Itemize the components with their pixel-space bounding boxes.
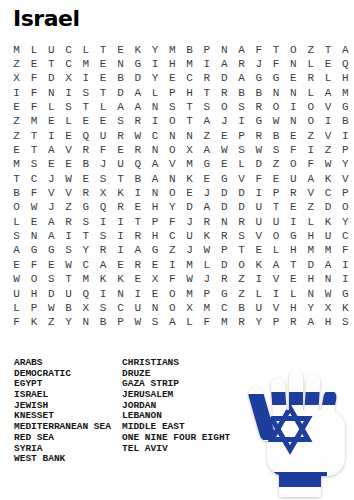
grid-cell: T [43, 57, 60, 71]
grid-cell: R [216, 273, 233, 287]
grid-cell: Y [146, 72, 163, 86]
grid-cell: W [250, 143, 267, 157]
grid-cell: U [60, 287, 77, 301]
grid-cell: M [181, 57, 198, 71]
grid-cell: A [198, 201, 215, 215]
grid-cell: I [267, 287, 284, 301]
grid-cell: N [285, 86, 302, 100]
grid-cell: G [43, 244, 60, 258]
grid-cell: N [146, 100, 163, 114]
grid-cell: S [60, 100, 77, 114]
grid-cell: N [164, 129, 181, 143]
grid-cell: I [60, 86, 77, 100]
grid-cell: T [8, 172, 25, 186]
grid-cell: W [129, 316, 146, 330]
grid-cell: S [77, 215, 94, 229]
grid-cell: I [250, 273, 267, 287]
grid-cell: E [164, 72, 181, 86]
grid-cell: Q [129, 158, 146, 172]
grid-cell: F [285, 143, 302, 157]
grid-cell: E [285, 201, 302, 215]
grid-cell: S [112, 115, 129, 129]
grid-cell: D [216, 72, 233, 86]
grid-cell: R [112, 201, 129, 215]
grid-cell: P [337, 143, 354, 157]
grid-cell: T [198, 86, 215, 100]
grid-cell: W [43, 301, 60, 315]
grid-cell: X [77, 301, 94, 315]
grid-cell: U [181, 229, 198, 243]
grid-cell: N [319, 273, 336, 287]
grid-cell: B [267, 129, 284, 143]
grid-cell: C [60, 57, 77, 71]
grid-cell: N [146, 301, 163, 315]
grid-cell: E [60, 129, 77, 143]
grid-cell: P [164, 86, 181, 100]
grid-cell: Z [198, 129, 215, 143]
grid-cell: A [319, 86, 336, 100]
grid-cell: L [43, 100, 60, 114]
grid-cell: R [302, 72, 319, 86]
grid-cell: C [164, 229, 181, 243]
grid-cell: O [25, 273, 42, 287]
word-list-item: RED SEA [14, 433, 111, 444]
grid-cell: N [181, 129, 198, 143]
grid-cell: A [129, 244, 146, 258]
grid-cell: Y [250, 316, 267, 330]
grid-cell: M [77, 273, 94, 287]
grid-cell: F [25, 100, 42, 114]
grid-cell: T [112, 172, 129, 186]
grid-cell: N [25, 229, 42, 243]
grid-cell: R [129, 115, 146, 129]
grid-cell: X [146, 273, 163, 287]
grid-cell: E [112, 43, 129, 57]
grid-cell: E [146, 287, 163, 301]
grid-cell: I [319, 115, 336, 129]
grid-cell: A [233, 72, 250, 86]
grid-cell: A [198, 115, 215, 129]
grid-cell: A [129, 86, 146, 100]
grid-cell: M [25, 115, 42, 129]
grid-cell: K [250, 258, 267, 272]
grid-cell: A [112, 100, 129, 114]
grid-cell: I [94, 215, 111, 229]
grid-cell: C [146, 129, 163, 143]
grid-cell: V [267, 273, 284, 287]
grid-cell: M [77, 57, 94, 71]
grid-cell: B [112, 72, 129, 86]
grid-cell: W [198, 244, 215, 258]
grid-cell: Z [233, 273, 250, 287]
grid-cell: V [319, 129, 336, 143]
grid-cell: X [181, 301, 198, 315]
grid-cell: I [129, 287, 146, 301]
grid-cell: U [319, 229, 336, 243]
grid-cell: J [198, 273, 215, 287]
grid-cell: N [285, 57, 302, 71]
grid-cell: I [146, 115, 163, 129]
grid-cell: S [164, 100, 181, 114]
grid-cell: R [112, 129, 129, 143]
grid-cell: K [25, 316, 42, 330]
grid-cell: G [129, 57, 146, 71]
grid-cell: I [285, 100, 302, 114]
grid-cell: M [302, 244, 319, 258]
grid-cell: E [181, 186, 198, 200]
grid-cell: X [319, 301, 336, 315]
grid-cell: J [181, 244, 198, 258]
grid-cell: M [337, 86, 354, 100]
grid-cell: C [60, 43, 77, 57]
grid-cell: H [285, 301, 302, 315]
grid-cell: T [267, 43, 284, 57]
grid-cell: F [250, 43, 267, 57]
word-list-item: TEL AVIV [122, 444, 230, 455]
grid-cell: C [337, 229, 354, 243]
grid-cell: H [181, 86, 198, 100]
grid-cell: G [216, 172, 233, 186]
grid-cell: K [94, 273, 111, 287]
word-list-column-2: CHRISTIANSDRUZEGAZA STRIPJERUSALEMJORDAN… [122, 358, 230, 454]
grid-cell: A [43, 215, 60, 229]
flag-bottom-stripe [272, 472, 327, 487]
grid-cell: Z [302, 201, 319, 215]
grid-cell: L [8, 215, 25, 229]
grid-cell: E [146, 258, 163, 272]
grid-cell: M [181, 287, 198, 301]
grid-cell: B [8, 186, 25, 200]
grid-cell: Z [319, 143, 336, 157]
grid-cell: Z [302, 43, 319, 57]
grid-cell: R [198, 72, 215, 86]
grid-cell: R [250, 129, 267, 143]
grid-cell: V [164, 158, 181, 172]
grid-cell: O [267, 100, 284, 114]
grid-cell: L [94, 100, 111, 114]
grid-cell: Z [43, 316, 60, 330]
grid-cell: B [129, 172, 146, 186]
grid-cell: A [267, 258, 284, 272]
grid-cell: T [60, 273, 77, 287]
grid-cell: R [129, 258, 146, 272]
grid-cell: C [181, 72, 198, 86]
grid-cell: X [60, 72, 77, 86]
grid-cell: Z [267, 158, 284, 172]
grid-cell: F [337, 244, 354, 258]
grid-cell: S [94, 301, 111, 315]
grid-cell: E [60, 158, 77, 172]
grid-cell: M [164, 43, 181, 57]
grid-cell: W [267, 115, 284, 129]
grid-cell: N [146, 186, 163, 200]
grid-cell: L [302, 57, 319, 71]
grid-cell: F [25, 86, 42, 100]
grid-cell: D [233, 201, 250, 215]
grid-cell: P [216, 244, 233, 258]
grid-cell: I [164, 258, 181, 272]
grid-cell: N [112, 287, 129, 301]
grid-cell: L [302, 215, 319, 229]
grid-cell: P [25, 301, 42, 315]
grid-cell: F [267, 57, 284, 71]
grid-cell: Z [233, 287, 250, 301]
grid-cell: E [77, 172, 94, 186]
grid-cell: E [8, 100, 25, 114]
grid-cell: A [129, 100, 146, 114]
grid-cell: S [337, 316, 354, 330]
grid-cell: S [233, 229, 250, 243]
grid-cell: S [94, 172, 111, 186]
grid-cell: R [198, 215, 215, 229]
page-title: Israel [13, 6, 79, 31]
grid-cell: A [319, 258, 336, 272]
grid-cell: D [302, 258, 319, 272]
grid-cell: H [146, 229, 163, 243]
grid-cell: E [94, 72, 111, 86]
grid-cell: C [112, 301, 129, 315]
grid-cell: E [77, 115, 94, 129]
grid-cell: J [250, 57, 267, 71]
grid-cell: B [233, 301, 250, 315]
grid-cell: P [146, 215, 163, 229]
grid-cell: V [267, 301, 284, 315]
grid-cell: B [60, 301, 77, 315]
grid-cell: T [25, 143, 42, 157]
grid-cell: D [216, 201, 233, 215]
grid-cell: U [250, 301, 267, 315]
grid-cell: W [319, 158, 336, 172]
grid-cell: R [233, 215, 250, 229]
grid-cell: K [112, 186, 129, 200]
grid-cell: G [250, 115, 267, 129]
grid-cell: I [112, 215, 129, 229]
grid-cell: E [129, 201, 146, 215]
grid-cell: N [285, 115, 302, 129]
grid-cell: P [112, 316, 129, 330]
grid-cell: P [267, 316, 284, 330]
grid-cell: C [77, 258, 94, 272]
grid-cell: I [250, 186, 267, 200]
grid-cell: E [267, 172, 284, 186]
grid-cell: I [60, 229, 77, 243]
grid-cell: M [216, 316, 233, 330]
grid-cell: L [8, 301, 25, 315]
grid-cell: S [267, 143, 284, 157]
grid-cell: O [164, 143, 181, 157]
grid-cell: Z [8, 115, 25, 129]
grid-cell: H [164, 57, 181, 71]
grid-cell: N [146, 143, 163, 157]
grid-cell: W [60, 258, 77, 272]
grid-cell: V [60, 143, 77, 157]
grid-cell: U [129, 301, 146, 315]
grid-cell: A [8, 244, 25, 258]
grid-cell: Y [60, 316, 77, 330]
grid-cell: P [267, 186, 284, 200]
grid-cell: E [285, 129, 302, 143]
israel-flag-hand-illustration [242, 362, 354, 500]
grid-cell: H [302, 273, 319, 287]
grid-cell: A [94, 258, 111, 272]
grid-cell: I [337, 258, 354, 272]
grid-cell: P [233, 129, 250, 143]
grid-cell: A [302, 316, 319, 330]
grid-cell: G [198, 158, 215, 172]
grid-cell: B [233, 86, 250, 100]
grid-cell: B [94, 316, 111, 330]
grid-cell: V [319, 100, 336, 114]
grid-cell: E [112, 143, 129, 157]
grid-cell: Z [8, 129, 25, 143]
grid-cell: O [285, 43, 302, 57]
grid-cell: C [216, 301, 233, 315]
grid-cell: R [216, 86, 233, 100]
grid-cell: I [337, 129, 354, 143]
grid-cell: R [250, 100, 267, 114]
grid-cell: E [285, 273, 302, 287]
grid-cell: R [60, 215, 77, 229]
grid-cell: E [129, 273, 146, 287]
grid-cell: W [8, 273, 25, 287]
grid-cell: F [25, 72, 42, 86]
grid-cell: L [25, 43, 42, 57]
grid-cell: D [233, 186, 250, 200]
grid-cell: S [94, 229, 111, 243]
grid-cell: X [181, 143, 198, 157]
grid-cell: M [319, 244, 336, 258]
grid-cell: W [181, 273, 198, 287]
grid-cell: S [25, 158, 42, 172]
grid-cell: G [337, 287, 354, 301]
grid-cell: G [337, 100, 354, 114]
grid-cell: L [77, 43, 94, 57]
grid-cell: E [43, 258, 60, 272]
grid-cell: V [60, 186, 77, 200]
grid-cell: O [285, 158, 302, 172]
grid-cell: E [8, 143, 25, 157]
grid-cell: R [216, 229, 233, 243]
grid-cell: P [198, 287, 215, 301]
grid-cell: F [8, 316, 25, 330]
grid-cell: L [181, 316, 198, 330]
grid-cell: K [319, 215, 336, 229]
grid-cell: O [164, 115, 181, 129]
grid-cell: D [129, 72, 146, 86]
grid-cell: I [112, 244, 129, 258]
grid-cell: K [319, 172, 336, 186]
grid-cell: S [233, 100, 250, 114]
grid-cell: N [112, 57, 129, 71]
grid-cell: S [146, 316, 163, 330]
grid-cell: O [267, 229, 284, 243]
grid-cell: I [94, 287, 111, 301]
grid-cell: E [94, 57, 111, 71]
grid-cell: L [233, 158, 250, 172]
grid-cell: E [8, 258, 25, 272]
grid-cell: T [181, 115, 198, 129]
grid-cell: A [302, 172, 319, 186]
grid-cell: L [319, 72, 336, 86]
grid-cell: T [267, 201, 284, 215]
grid-cell: P [198, 43, 215, 57]
grid-cell: F [25, 258, 42, 272]
grid-cell: O [216, 100, 233, 114]
grid-cell: E [94, 115, 111, 129]
grid-cell: F [198, 316, 215, 330]
grid-cell: L [146, 86, 163, 100]
grid-cell: G [25, 244, 42, 258]
grid-cell: E [216, 158, 233, 172]
grid-cell: H [337, 72, 354, 86]
grid-cell: S [8, 229, 25, 243]
grid-cell: D [43, 287, 60, 301]
grid-cell: O [164, 287, 181, 301]
grid-cell: D [216, 186, 233, 200]
grid-cell: D [181, 201, 198, 215]
grid-cell: Y [164, 201, 181, 215]
grid-cell: A [146, 158, 163, 172]
grid-cell: C [319, 186, 336, 200]
grid-cell: I [129, 186, 146, 200]
grid-cell: R [129, 143, 146, 157]
grid-cell: O [8, 201, 25, 215]
grid-cell: T [129, 215, 146, 229]
grid-cell: I [337, 273, 354, 287]
grid-cell: I [77, 72, 94, 86]
grid-cell: L [250, 287, 267, 301]
grid-cell: V [250, 229, 267, 243]
grid-cell: H [146, 201, 163, 215]
grid-cell: A [146, 172, 163, 186]
word-search-worksheet: Israel MLUCLTEKYMBPNAFTOZTAZETCMENGIHMIA… [0, 0, 354, 500]
grid-cell: H [285, 244, 302, 258]
grid-cell: Y [302, 301, 319, 315]
grid-cell: T [181, 100, 198, 114]
grid-cell: E [43, 115, 60, 129]
grid-cell: I [43, 129, 60, 143]
grid-cell: W [129, 129, 146, 143]
grid-cell: Y [146, 43, 163, 57]
grid-cell: L [267, 244, 284, 258]
grid-cell: N [216, 215, 233, 229]
grid-cell: D [250, 158, 267, 172]
grid-cell: U [267, 215, 284, 229]
grid-cell: A [216, 57, 233, 71]
grid-cell: I [8, 86, 25, 100]
grid-cell: J [216, 115, 233, 129]
grid-cell: U [112, 158, 129, 172]
grid-cell: N [267, 86, 284, 100]
grid-cell: D [319, 201, 336, 215]
grid-cell: A [198, 143, 215, 157]
grid-cell: S [60, 244, 77, 258]
grid-cell: U [43, 43, 60, 57]
grid-cell: I [302, 143, 319, 157]
grid-cell: A [337, 43, 354, 57]
grid-cell: O [302, 115, 319, 129]
grid-cell: U [285, 172, 302, 186]
grid-cell: Q [77, 287, 94, 301]
grid-cell: R [77, 143, 94, 157]
grid-cell: D [112, 86, 129, 100]
grid-cell: O [164, 301, 181, 315]
grid-cell: E [43, 158, 60, 172]
grid-cell: G [267, 72, 284, 86]
grid-cell: E [112, 258, 129, 272]
grid-cell: V [43, 186, 60, 200]
grid-cell: G [250, 72, 267, 86]
